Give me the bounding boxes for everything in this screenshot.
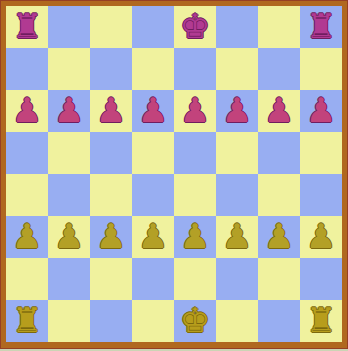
square-c3[interactable]: ♟ xyxy=(90,216,132,258)
square-d6[interactable]: ♟ xyxy=(132,90,174,132)
square-a2[interactable] xyxy=(6,258,48,300)
square-f1[interactable] xyxy=(216,300,258,342)
piece-white-pawn[interactable]: ♟ xyxy=(222,216,252,257)
square-e6[interactable]: ♟ xyxy=(174,90,216,132)
square-d5[interactable] xyxy=(132,132,174,174)
piece-white-pawn[interactable]: ♟ xyxy=(306,216,336,257)
square-f3[interactable]: ♟ xyxy=(216,216,258,258)
square-d8[interactable] xyxy=(132,6,174,48)
square-d1[interactable] xyxy=(132,300,174,342)
square-c7[interactable] xyxy=(90,48,132,90)
square-h7[interactable] xyxy=(300,48,342,90)
piece-white-pawn[interactable]: ♟ xyxy=(138,216,168,257)
piece-white-king[interactable]: ♚ xyxy=(180,300,210,341)
piece-white-pawn[interactable]: ♟ xyxy=(54,216,84,257)
square-e1[interactable]: ♚ xyxy=(174,300,216,342)
square-f7[interactable] xyxy=(216,48,258,90)
square-g6[interactable]: ♟ xyxy=(258,90,300,132)
square-b5[interactable] xyxy=(48,132,90,174)
square-d4[interactable] xyxy=(132,174,174,216)
square-a7[interactable] xyxy=(6,48,48,90)
square-e7[interactable] xyxy=(174,48,216,90)
square-b2[interactable] xyxy=(48,258,90,300)
piece-black-rook[interactable]: ♜ xyxy=(12,6,42,47)
square-h8[interactable]: ♜ xyxy=(300,6,342,48)
piece-white-pawn[interactable]: ♟ xyxy=(180,216,210,257)
square-e8[interactable]: ♚ xyxy=(174,6,216,48)
square-b3[interactable]: ♟ xyxy=(48,216,90,258)
square-b7[interactable] xyxy=(48,48,90,90)
square-g7[interactable] xyxy=(258,48,300,90)
square-d7[interactable] xyxy=(132,48,174,90)
piece-white-pawn[interactable]: ♟ xyxy=(96,216,126,257)
piece-black-pawn[interactable]: ♟ xyxy=(54,90,84,131)
square-a6[interactable]: ♟ xyxy=(6,90,48,132)
square-f8[interactable] xyxy=(216,6,258,48)
piece-white-pawn[interactable]: ♟ xyxy=(12,216,42,257)
square-e5[interactable] xyxy=(174,132,216,174)
square-d2[interactable] xyxy=(132,258,174,300)
square-h1[interactable]: ♜ xyxy=(300,300,342,342)
square-h4[interactable] xyxy=(300,174,342,216)
square-f6[interactable]: ♟ xyxy=(216,90,258,132)
square-b4[interactable] xyxy=(48,174,90,216)
square-c2[interactable] xyxy=(90,258,132,300)
piece-white-rook[interactable]: ♜ xyxy=(12,300,42,341)
piece-black-pawn[interactable]: ♟ xyxy=(96,90,126,131)
square-b1[interactable] xyxy=(48,300,90,342)
square-h6[interactable]: ♟ xyxy=(300,90,342,132)
square-h3[interactable]: ♟ xyxy=(300,216,342,258)
square-d3[interactable]: ♟ xyxy=(132,216,174,258)
square-a4[interactable] xyxy=(6,174,48,216)
square-b6[interactable]: ♟ xyxy=(48,90,90,132)
piece-black-pawn[interactable]: ♟ xyxy=(222,90,252,131)
square-g3[interactable]: ♟ xyxy=(258,216,300,258)
square-b8[interactable] xyxy=(48,6,90,48)
piece-black-rook[interactable]: ♜ xyxy=(306,6,336,47)
piece-white-pawn[interactable]: ♟ xyxy=(264,216,294,257)
square-g8[interactable] xyxy=(258,6,300,48)
chess-board: ♜♚♜♟♟♟♟♟♟♟♟♟♟♟♟♟♟♟♟♜♚♜ xyxy=(6,6,342,342)
square-e2[interactable] xyxy=(174,258,216,300)
square-a3[interactable]: ♟ xyxy=(6,216,48,258)
square-a8[interactable]: ♜ xyxy=(6,6,48,48)
square-a5[interactable] xyxy=(6,132,48,174)
piece-black-pawn[interactable]: ♟ xyxy=(138,90,168,131)
square-c5[interactable] xyxy=(90,132,132,174)
square-g4[interactable] xyxy=(258,174,300,216)
square-g2[interactable] xyxy=(258,258,300,300)
square-f4[interactable] xyxy=(216,174,258,216)
square-g5[interactable] xyxy=(258,132,300,174)
square-g1[interactable] xyxy=(258,300,300,342)
piece-black-pawn[interactable]: ♟ xyxy=(306,90,336,131)
square-a1[interactable]: ♜ xyxy=(6,300,48,342)
square-f2[interactable] xyxy=(216,258,258,300)
chess-game-window: ♜♚♜♟♟♟♟♟♟♟♟♟♟♟♟♟♟♟♟♜♚♜ xyxy=(0,0,348,351)
piece-black-pawn[interactable]: ♟ xyxy=(180,90,210,131)
board-frame: ♜♚♜♟♟♟♟♟♟♟♟♟♟♟♟♟♟♟♟♜♚♜ xyxy=(0,0,348,348)
piece-black-pawn[interactable]: ♟ xyxy=(264,90,294,131)
square-h2[interactable] xyxy=(300,258,342,300)
piece-black-pawn[interactable]: ♟ xyxy=(12,90,42,131)
square-e3[interactable]: ♟ xyxy=(174,216,216,258)
square-c6[interactable]: ♟ xyxy=(90,90,132,132)
square-c4[interactable] xyxy=(90,174,132,216)
piece-black-king[interactable]: ♚ xyxy=(180,6,210,47)
square-c1[interactable] xyxy=(90,300,132,342)
square-f5[interactable] xyxy=(216,132,258,174)
piece-white-rook[interactable]: ♜ xyxy=(306,300,336,341)
square-h5[interactable] xyxy=(300,132,342,174)
square-e4[interactable] xyxy=(174,174,216,216)
square-c8[interactable] xyxy=(90,6,132,48)
